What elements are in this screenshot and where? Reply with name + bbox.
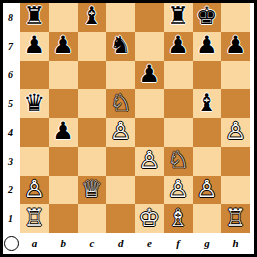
square-f4[interactable] — [164, 118, 193, 147]
square-b3[interactable] — [49, 147, 78, 176]
square-h8[interactable] — [221, 3, 250, 32]
square-c8[interactable]: ♝ — [78, 3, 107, 32]
square-a6[interactable] — [20, 61, 49, 90]
square-c3[interactable] — [78, 147, 107, 176]
black-bishop: ♝ — [81, 4, 103, 28]
file-label-c: c — [78, 233, 107, 252]
rank-labels: 87654321 — [3, 3, 20, 233]
file-label-g: g — [193, 233, 222, 252]
square-a2[interactable]: ♙ — [20, 176, 49, 205]
black-pawn: ♟ — [196, 33, 218, 57]
white-knight: ♘ — [110, 91, 132, 115]
black-pawn: ♟ — [139, 62, 161, 86]
black-rook: ♜ — [167, 4, 189, 28]
white-pawn: ♙ — [139, 148, 161, 172]
square-e7[interactable] — [135, 32, 164, 61]
white-pawn: ♙ — [24, 177, 46, 201]
chess-board: ♜♝♜♚♟♟♞♟♟♟♟♛♘♝♟♙♙♙♘♙♕♙♙♖♔♗♖ — [20, 3, 250, 233]
square-c4[interactable] — [78, 118, 107, 147]
square-a1[interactable]: ♖ — [20, 204, 49, 233]
square-a7[interactable]: ♟ — [20, 32, 49, 61]
square-f1[interactable]: ♗ — [164, 204, 193, 233]
square-h2[interactable] — [221, 176, 250, 205]
file-label-h: h — [221, 233, 250, 252]
rank-label-5: 5 — [3, 89, 18, 118]
white-pawn: ♙ — [196, 177, 218, 201]
square-g1[interactable] — [193, 204, 222, 233]
square-a4[interactable] — [20, 118, 49, 147]
square-e6[interactable]: ♟ — [135, 61, 164, 90]
square-d3[interactable] — [106, 147, 135, 176]
file-labels: abcdefgh — [20, 233, 250, 252]
square-f6[interactable] — [164, 61, 193, 90]
black-rook: ♜ — [24, 4, 46, 28]
square-a8[interactable]: ♜ — [20, 3, 49, 32]
white-rook: ♖ — [225, 206, 247, 230]
file-label-f: f — [164, 233, 193, 252]
black-pawn: ♟ — [167, 33, 189, 57]
square-g4[interactable] — [193, 118, 222, 147]
square-b8[interactable] — [49, 3, 78, 32]
white-king: ♔ — [139, 206, 161, 230]
white-pawn: ♙ — [167, 177, 189, 201]
square-c7[interactable] — [78, 32, 107, 61]
square-h3[interactable] — [221, 147, 250, 176]
square-f7[interactable]: ♟ — [164, 32, 193, 61]
square-g7[interactable]: ♟ — [193, 32, 222, 61]
white-to-move-indicator — [4, 236, 19, 251]
rank-label-7: 7 — [3, 32, 18, 61]
black-queen: ♛ — [24, 91, 46, 115]
black-knight: ♞ — [110, 33, 132, 57]
square-c6[interactable] — [78, 61, 107, 90]
black-pawn: ♟ — [225, 33, 247, 57]
square-a3[interactable] — [20, 147, 49, 176]
square-b7[interactable]: ♟ — [49, 32, 78, 61]
square-c2[interactable]: ♕ — [78, 176, 107, 205]
square-f8[interactable]: ♜ — [164, 3, 193, 32]
square-b4[interactable]: ♟ — [49, 118, 78, 147]
square-b1[interactable] — [49, 204, 78, 233]
white-queen: ♕ — [81, 177, 103, 201]
square-g3[interactable] — [193, 147, 222, 176]
square-h1[interactable]: ♖ — [221, 204, 250, 233]
square-d2[interactable] — [106, 176, 135, 205]
square-g5[interactable]: ♝ — [193, 89, 222, 118]
black-bishop: ♝ — [196, 91, 218, 115]
square-b5[interactable] — [49, 89, 78, 118]
rank-label-2: 2 — [3, 176, 18, 205]
square-h6[interactable] — [221, 61, 250, 90]
square-h7[interactable]: ♟ — [221, 32, 250, 61]
square-c1[interactable] — [78, 204, 107, 233]
square-f2[interactable]: ♙ — [164, 176, 193, 205]
white-pawn: ♙ — [225, 119, 247, 143]
rank-label-3: 3 — [3, 147, 18, 176]
square-c5[interactable] — [78, 89, 107, 118]
square-d1[interactable] — [106, 204, 135, 233]
file-label-b: b — [49, 233, 78, 252]
white-knight: ♘ — [167, 148, 189, 172]
square-e2[interactable] — [135, 176, 164, 205]
white-rook: ♖ — [24, 206, 46, 230]
rank-label-4: 4 — [3, 118, 18, 147]
file-label-a: a — [20, 233, 49, 252]
white-bishop: ♗ — [167, 206, 189, 230]
file-label-d: d — [106, 233, 135, 252]
black-pawn: ♟ — [52, 119, 74, 143]
square-d8[interactable] — [106, 3, 135, 32]
square-f5[interactable] — [164, 89, 193, 118]
square-e3[interactable]: ♙ — [135, 147, 164, 176]
rank-label-6: 6 — [3, 61, 18, 90]
black-pawn: ♟ — [24, 33, 46, 57]
square-e4[interactable] — [135, 118, 164, 147]
square-a5[interactable]: ♛ — [20, 89, 49, 118]
square-g6[interactable] — [193, 61, 222, 90]
rank-label-8: 8 — [3, 3, 18, 32]
square-g8[interactable]: ♚ — [193, 3, 222, 32]
square-d5[interactable]: ♘ — [106, 89, 135, 118]
square-f3[interactable]: ♘ — [164, 147, 193, 176]
square-g2[interactable]: ♙ — [193, 176, 222, 205]
file-label-e: e — [135, 233, 164, 252]
square-d6[interactable] — [106, 61, 135, 90]
square-h5[interactable] — [221, 89, 250, 118]
square-e5[interactable] — [135, 89, 164, 118]
chess-diagram: ♜♝♜♚♟♟♞♟♟♟♟♛♘♝♟♙♙♙♘♙♕♙♙♖♔♗♖ 87654321 abc… — [0, 0, 257, 257]
black-king: ♚ — [196, 4, 218, 28]
square-e8[interactable] — [135, 3, 164, 32]
square-e1[interactable]: ♔ — [135, 204, 164, 233]
square-d7[interactable]: ♞ — [106, 32, 135, 61]
rank-label-1: 1 — [3, 204, 18, 233]
square-b2[interactable] — [49, 176, 78, 205]
square-b6[interactable] — [49, 61, 78, 90]
black-pawn: ♟ — [52, 33, 74, 57]
white-pawn: ♙ — [110, 119, 132, 143]
square-h4[interactable]: ♙ — [221, 118, 250, 147]
square-d4[interactable]: ♙ — [106, 118, 135, 147]
